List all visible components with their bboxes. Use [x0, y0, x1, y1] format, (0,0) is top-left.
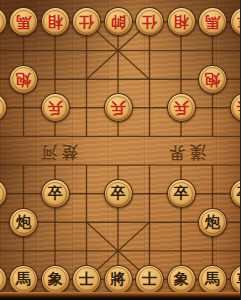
black-cannon-glyph: 炮 [16, 215, 31, 230]
piece-red-cannon[interactable]: 炮 [9, 65, 38, 94]
xiangqi-board[interactable]: 楚河 漢界 車馬相仕帥仕相馬車炮炮兵兵兵兵兵卒卒卒卒卒炮炮車馬象士將士象馬車 [0, 0, 240, 300]
piece-black-chariot[interactable]: 車 [0, 265, 7, 294]
piece-black-soldier[interactable]: 卒 [104, 179, 133, 208]
black-advisor-glyph: 士 [79, 272, 94, 287]
red-cannon-glyph: 炮 [16, 72, 31, 87]
red-horse-glyph: 馬 [16, 14, 31, 29]
piece-red-horse[interactable]: 馬 [198, 7, 227, 36]
piece-black-horse[interactable]: 馬 [198, 265, 227, 294]
red-soldier-glyph: 兵 [174, 100, 189, 115]
black-elephant-glyph: 象 [174, 272, 189, 287]
piece-black-cannon[interactable]: 炮 [9, 208, 38, 237]
black-horse-glyph: 馬 [205, 272, 220, 287]
piece-black-soldier[interactable]: 卒 [41, 179, 70, 208]
piece-red-elephant[interactable]: 相 [167, 7, 196, 36]
piece-red-soldier[interactable]: 兵 [167, 93, 196, 122]
red-soldier-glyph: 兵 [48, 100, 63, 115]
black-general-glyph: 將 [111, 272, 126, 287]
red-chariot-glyph: 車 [237, 14, 241, 29]
piece-black-general[interactable]: 將 [104, 265, 133, 294]
piece-black-soldier[interactable]: 卒 [230, 179, 241, 208]
black-soldier-glyph: 卒 [237, 186, 241, 201]
piece-red-elephant[interactable]: 相 [41, 7, 70, 36]
red-advisor-glyph: 仕 [142, 14, 157, 29]
piece-black-advisor[interactable]: 士 [135, 265, 164, 294]
pieces-layer: 車馬相仕帥仕相馬車炮炮兵兵兵兵兵卒卒卒卒卒炮炮車馬象士將士象馬車 [0, 8, 240, 294]
black-soldier-glyph: 卒 [48, 186, 63, 201]
piece-red-advisor[interactable]: 仕 [72, 7, 101, 36]
piece-red-horse[interactable]: 馬 [9, 7, 38, 36]
red-general-glyph: 帥 [111, 14, 126, 29]
piece-black-soldier[interactable]: 卒 [167, 179, 196, 208]
black-cannon-glyph: 炮 [205, 215, 220, 230]
piece-red-advisor[interactable]: 仕 [135, 7, 164, 36]
red-elephant-glyph: 相 [48, 14, 63, 29]
piece-red-soldier[interactable]: 兵 [104, 93, 133, 122]
piece-black-elephant[interactable]: 象 [167, 265, 196, 294]
piece-red-general[interactable]: 帥 [104, 7, 133, 36]
red-advisor-glyph: 仕 [79, 14, 94, 29]
black-elephant-glyph: 象 [48, 272, 63, 287]
black-soldier-glyph: 卒 [111, 186, 126, 201]
piece-red-soldier[interactable]: 兵 [230, 93, 241, 122]
piece-red-soldier[interactable]: 兵 [41, 93, 70, 122]
red-cannon-glyph: 炮 [205, 72, 220, 87]
black-chariot-glyph: 車 [237, 272, 241, 287]
board-bottom-edge [0, 292, 240, 300]
black-horse-glyph: 馬 [16, 272, 31, 287]
black-soldier-glyph: 卒 [174, 186, 189, 201]
black-advisor-glyph: 士 [142, 272, 157, 287]
red-soldier-glyph: 兵 [111, 100, 126, 115]
piece-black-soldier[interactable]: 卒 [0, 179, 7, 208]
piece-red-chariot[interactable]: 車 [230, 7, 241, 36]
piece-red-soldier[interactable]: 兵 [0, 93, 7, 122]
red-elephant-glyph: 相 [174, 14, 189, 29]
piece-black-advisor[interactable]: 士 [72, 265, 101, 294]
piece-red-cannon[interactable]: 炮 [198, 65, 227, 94]
piece-black-elephant[interactable]: 象 [41, 265, 70, 294]
piece-black-chariot[interactable]: 車 [230, 265, 241, 294]
piece-red-chariot[interactable]: 車 [0, 7, 7, 36]
piece-black-cannon[interactable]: 炮 [198, 208, 227, 237]
red-soldier-glyph: 兵 [237, 100, 241, 115]
red-horse-glyph: 馬 [205, 14, 220, 29]
piece-black-horse[interactable]: 馬 [9, 265, 38, 294]
